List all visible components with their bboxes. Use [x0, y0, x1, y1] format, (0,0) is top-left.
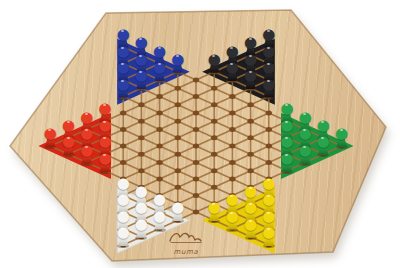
peg-green[interactable]: ●: [298, 143, 312, 165]
empty-hole: [247, 152, 253, 157]
peg-head: ●: [134, 52, 148, 66]
empty-hole: [229, 111, 235, 116]
peg-blue[interactable]: ●: [153, 60, 167, 82]
empty-hole: [211, 135, 217, 140]
empty-hole: [193, 177, 199, 182]
peg-black[interactable]: ●: [225, 60, 239, 82]
peg-head: ●: [153, 44, 167, 58]
empty-hole: [175, 102, 181, 107]
peg-highlight: [249, 55, 252, 57]
empty-hole: [175, 185, 181, 190]
empty-hole: [193, 193, 199, 198]
peg-head: ●: [134, 217, 148, 231]
peg-red[interactable]: ●: [98, 151, 112, 173]
peg-highlight: [212, 55, 215, 57]
peg-yellow[interactable]: ●: [207, 200, 221, 222]
peg-head: ●: [98, 151, 112, 165]
peg-highlight: [267, 179, 270, 181]
empty-hole: [175, 119, 181, 124]
peg-highlight: [85, 113, 88, 115]
peg-highlight: [158, 212, 161, 214]
peg-white[interactable]: ●: [171, 200, 185, 222]
peg-head: ●: [225, 60, 239, 74]
empty-hole: [211, 86, 217, 91]
empty-hole: [247, 135, 253, 140]
peg-blue[interactable]: ●: [116, 77, 130, 99]
peg-head: ●: [116, 225, 130, 239]
peg-head: ●: [298, 126, 312, 140]
peg-black[interactable]: ●: [262, 77, 276, 99]
peg-yellow[interactable]: ●: [244, 217, 258, 239]
peg-highlight: [121, 179, 124, 181]
empty-hole: [229, 94, 235, 99]
peg-green[interactable]: ●: [280, 151, 294, 173]
empty-hole: [156, 177, 162, 182]
peg-highlight: [267, 63, 270, 65]
peg-red[interactable]: ●: [62, 134, 76, 156]
peg-head: ●: [62, 118, 76, 132]
empty-hole: [120, 144, 126, 149]
peg-highlight: [121, 80, 124, 82]
peg-highlight: [267, 228, 270, 230]
peg-highlight: [267, 47, 270, 49]
peg-white[interactable]: ●: [153, 209, 167, 231]
peg-white[interactable]: ●: [134, 217, 148, 239]
peg-highlight: [103, 154, 106, 156]
empty-hole: [247, 119, 253, 124]
peg-head: ●: [280, 151, 294, 165]
peg-head: ●: [43, 126, 57, 140]
empty-hole: [211, 168, 217, 173]
peg-highlight: [103, 121, 106, 123]
peg-head: ●: [134, 184, 148, 198]
peg-highlight: [267, 80, 270, 82]
peg-head: ●: [262, 77, 276, 91]
empty-hole: [120, 111, 126, 116]
peg-red[interactable]: ●: [43, 126, 57, 148]
empty-hole: [156, 144, 162, 149]
peg-head: ●: [225, 44, 239, 58]
peg-highlight: [121, 212, 124, 214]
peg-head: ●: [116, 209, 130, 223]
empty-hole: [229, 160, 235, 165]
peg-head: ●: [80, 143, 94, 157]
peg-head: ●: [116, 77, 130, 91]
peg-highlight: [267, 212, 270, 214]
peg-green[interactable]: ●: [335, 126, 349, 148]
peg-head: ●: [244, 184, 258, 198]
empty-hole: [156, 94, 162, 99]
empty-hole: [175, 152, 181, 157]
peg-highlight: [158, 63, 161, 65]
empty-hole: [120, 127, 126, 132]
brand-stamp: muma: [164, 230, 208, 256]
peg-head: ●: [244, 217, 258, 231]
empty-hole: [138, 168, 144, 173]
empty-hole: [156, 127, 162, 132]
empty-hole: [229, 177, 235, 182]
peg-highlight: [340, 129, 343, 131]
peg-head: ●: [116, 192, 130, 206]
peg-head: ●: [116, 60, 130, 74]
empty-hole: [193, 144, 199, 149]
horse-logo-icon: [166, 230, 206, 245]
empty-hole: [266, 144, 272, 149]
empty-hole: [193, 127, 199, 132]
empty-hole: [138, 152, 144, 157]
empty-hole: [156, 160, 162, 165]
empty-hole: [266, 127, 272, 132]
peg-head: ●: [225, 192, 239, 206]
peg-highlight: [249, 187, 252, 189]
brand-text: muma: [164, 248, 208, 256]
empty-hole: [193, 160, 199, 165]
peg-highlight: [249, 220, 252, 222]
peg-highlight: [303, 146, 306, 148]
peg-highlight: [267, 195, 270, 197]
peg-head: ●: [116, 44, 130, 58]
peg-highlight: [158, 195, 161, 197]
peg-head: ●: [280, 118, 294, 132]
peg-blue[interactable]: ●: [134, 68, 148, 90]
empty-hole: [247, 168, 253, 173]
peg-head: ●: [262, 44, 276, 58]
empty-hole: [156, 111, 162, 116]
peg-head: ●: [316, 118, 330, 132]
empty-hole: [175, 168, 181, 173]
peg-head: ●: [116, 27, 130, 41]
peg-highlight: [230, 212, 233, 214]
peg-head: ●: [298, 110, 312, 124]
peg-red[interactable]: ●: [80, 143, 94, 165]
empty-hole: [266, 111, 272, 116]
peg-blue[interactable]: ●: [171, 52, 185, 74]
empty-hole: [211, 185, 217, 190]
peg-head: ●: [207, 52, 221, 66]
peg-head: ●: [171, 52, 185, 66]
peg-highlight: [176, 55, 179, 57]
empty-hole: [193, 94, 199, 99]
peg-head: ●: [153, 209, 167, 223]
empty-hole: [193, 78, 199, 83]
empty-hole: [247, 102, 253, 107]
peg-highlight: [85, 129, 88, 131]
chinese-checkers-board-photo: ●●●●●●●●●●●●●●●●●●●●●●●●●●●●●●●●●●●●●●●●…: [0, 0, 400, 268]
peg-head: ●: [262, 176, 276, 190]
empty-hole: [229, 144, 235, 149]
empty-hole: [211, 152, 217, 157]
empty-hole: [193, 111, 199, 116]
empty-hole: [138, 102, 144, 107]
peg-head: ●: [98, 118, 112, 132]
peg-green[interactable]: ●: [316, 134, 330, 156]
peg-head: ●: [244, 52, 258, 66]
peg-black[interactable]: ●: [207, 52, 221, 74]
empty-hole: [211, 102, 217, 107]
empty-hole: [175, 135, 181, 140]
peg-highlight: [303, 113, 306, 115]
peg-white[interactable]: ●: [116, 225, 130, 247]
empty-hole: [138, 135, 144, 140]
peg-head: ●: [262, 209, 276, 223]
peg-highlight: [158, 47, 161, 49]
peg-head: ●: [225, 209, 239, 223]
empty-hole: [229, 127, 235, 132]
peg-head: ●: [80, 110, 94, 124]
peg-highlight: [230, 47, 233, 49]
empty-hole: [266, 160, 272, 165]
empty-hole: [138, 119, 144, 124]
peg-highlight: [285, 121, 288, 123]
empty-hole: [211, 119, 217, 124]
peg-yellow[interactable]: ●: [225, 209, 239, 231]
peg-highlight: [85, 146, 88, 148]
peg-black[interactable]: ●: [244, 68, 258, 90]
peg-head: ●: [298, 143, 312, 157]
empty-hole: [193, 210, 199, 215]
peg-highlight: [285, 154, 288, 156]
peg-highlight: [67, 121, 70, 123]
peg-highlight: [121, 47, 124, 49]
peg-yellow[interactable]: ●: [262, 225, 276, 247]
peg-highlight: [267, 30, 270, 32]
empty-hole: [120, 160, 126, 165]
empty-hole: [175, 86, 181, 91]
peg-head: ●: [116, 176, 130, 190]
